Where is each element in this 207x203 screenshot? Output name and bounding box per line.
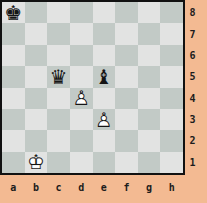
- square-b7[interactable]: [25, 23, 48, 44]
- black-queen-piece[interactable]: ♛: [47, 66, 70, 87]
- file-label-f: f: [115, 175, 138, 199]
- rank-label-1: 1: [184, 152, 201, 173]
- square-d1[interactable]: [70, 152, 93, 173]
- square-h8[interactable]: [160, 2, 183, 23]
- square-d5[interactable]: [70, 66, 93, 87]
- square-b2[interactable]: [25, 130, 48, 151]
- file-label-b: b: [25, 175, 48, 199]
- square-a2[interactable]: [2, 130, 25, 151]
- piece-glyph: ♛: [47, 66, 70, 87]
- file-label-a: a: [2, 175, 25, 199]
- square-c7[interactable]: [47, 23, 70, 44]
- square-d8[interactable]: [70, 2, 93, 23]
- square-f3[interactable]: [115, 109, 138, 130]
- square-d6[interactable]: [70, 45, 93, 66]
- square-b8[interactable]: [25, 2, 48, 23]
- square-d4[interactable]: ♟♙: [70, 88, 93, 109]
- rank-label-4: 4: [184, 88, 201, 109]
- square-c4[interactable]: [47, 88, 70, 109]
- square-f8[interactable]: [115, 2, 138, 23]
- square-g1[interactable]: [138, 152, 161, 173]
- square-a8[interactable]: ♚: [2, 2, 25, 23]
- white-pawn-piece[interactable]: ♟♙: [93, 109, 116, 130]
- rank-label-7: 7: [184, 23, 201, 44]
- square-b5[interactable]: [25, 66, 48, 87]
- square-c1[interactable]: [47, 152, 70, 173]
- rank-label-5: 5: [184, 66, 201, 87]
- square-h4[interactable]: [160, 88, 183, 109]
- square-c6[interactable]: [47, 45, 70, 66]
- square-f1[interactable]: [115, 152, 138, 173]
- piece-glyph: ♝: [93, 66, 116, 87]
- square-g7[interactable]: [138, 23, 161, 44]
- rank-label-6: 6: [184, 45, 201, 66]
- square-d7[interactable]: [70, 23, 93, 44]
- square-h5[interactable]: [160, 66, 183, 87]
- rank-label-8: 8: [184, 2, 201, 23]
- square-a3[interactable]: [2, 109, 25, 130]
- square-e1[interactable]: [93, 152, 116, 173]
- square-a5[interactable]: [2, 66, 25, 87]
- square-b3[interactable]: [25, 109, 48, 130]
- file-labels: abcdefgh: [2, 175, 183, 199]
- square-e5[interactable]: ♝: [93, 66, 116, 87]
- square-h6[interactable]: [160, 45, 183, 66]
- square-b1[interactable]: ♚♔: [25, 152, 48, 173]
- white-pawn-piece[interactable]: ♟♙: [70, 88, 93, 109]
- file-label-c: c: [47, 175, 70, 199]
- rank-labels: 87654321: [184, 2, 201, 173]
- square-a4[interactable]: [2, 88, 25, 109]
- square-h7[interactable]: [160, 23, 183, 44]
- square-c5[interactable]: ♛: [47, 66, 70, 87]
- black-bishop-piece[interactable]: ♝: [93, 66, 116, 87]
- square-e4[interactable]: [93, 88, 116, 109]
- square-h3[interactable]: [160, 109, 183, 130]
- square-f6[interactable]: [115, 45, 138, 66]
- square-e2[interactable]: [93, 130, 116, 151]
- rank-label-2: 2: [184, 130, 201, 151]
- square-a1[interactable]: [2, 152, 25, 173]
- file-label-g: g: [138, 175, 161, 199]
- square-f4[interactable]: [115, 88, 138, 109]
- square-h1[interactable]: [160, 152, 183, 173]
- square-f2[interactable]: [115, 130, 138, 151]
- square-g3[interactable]: [138, 109, 161, 130]
- square-d3[interactable]: [70, 109, 93, 130]
- square-g5[interactable]: [138, 66, 161, 87]
- piece-outline-layer: ♙: [93, 109, 116, 130]
- square-d2[interactable]: [70, 130, 93, 151]
- square-e6[interactable]: [93, 45, 116, 66]
- piece-outline-layer: ♔: [25, 152, 48, 173]
- square-f5[interactable]: [115, 66, 138, 87]
- square-e7[interactable]: [93, 23, 116, 44]
- square-a7[interactable]: [2, 23, 25, 44]
- piece-glyph: ♚: [2, 2, 25, 23]
- file-label-d: d: [70, 175, 93, 199]
- square-g6[interactable]: [138, 45, 161, 66]
- chess-board: ♚♛♝♟♙♟♙♚♔: [0, 0, 185, 175]
- square-b6[interactable]: [25, 45, 48, 66]
- rank-label-3: 3: [184, 109, 201, 130]
- square-c2[interactable]: [47, 130, 70, 151]
- square-g4[interactable]: [138, 88, 161, 109]
- square-e8[interactable]: [93, 2, 116, 23]
- white-king-piece[interactable]: ♚♔: [25, 152, 48, 173]
- black-king-piece[interactable]: ♚: [2, 2, 25, 23]
- square-e3[interactable]: ♟♙: [93, 109, 116, 130]
- square-c8[interactable]: [47, 2, 70, 23]
- chess-diagram: ♚♛♝♟♙♟♙♚♔ 87654321 abcdefgh: [0, 0, 207, 203]
- square-g8[interactable]: [138, 2, 161, 23]
- square-a6[interactable]: [2, 45, 25, 66]
- square-c3[interactable]: [47, 109, 70, 130]
- file-label-e: e: [93, 175, 116, 199]
- square-f7[interactable]: [115, 23, 138, 44]
- square-g2[interactable]: [138, 130, 161, 151]
- square-b4[interactable]: [25, 88, 48, 109]
- square-h2[interactable]: [160, 130, 183, 151]
- piece-outline-layer: ♙: [70, 88, 93, 109]
- file-label-h: h: [160, 175, 183, 199]
